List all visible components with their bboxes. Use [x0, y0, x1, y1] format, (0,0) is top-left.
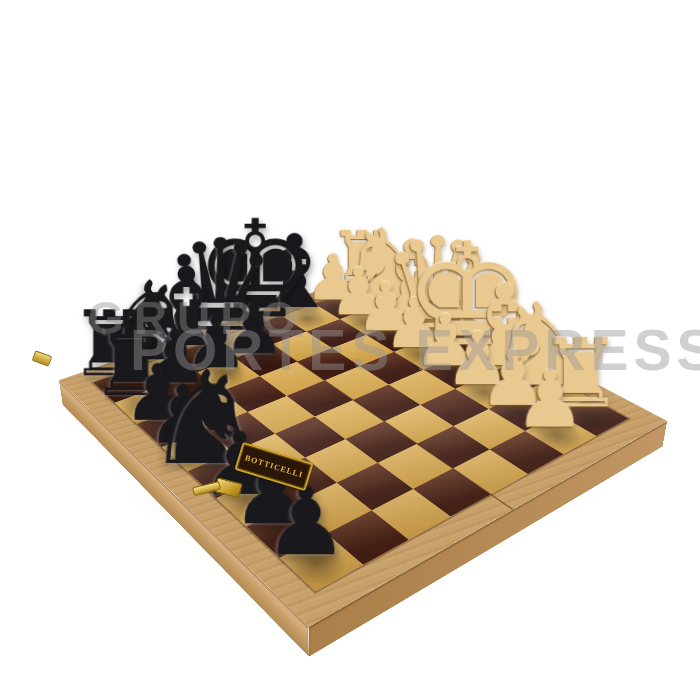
square-r7c7: ♟: [280, 533, 364, 591]
chess-board: ♜♞♝♛♚♝♞♜♟♟♟♟♟♟♟♟♝♚♛♟♝♟♞♟♜♜♟♟♞♟♟♟: [59, 270, 667, 627]
board-grid: ♜♞♝♛♚♝♞♜♟♟♟♟♟♟♟♟♝♚♛♟♝♟♞♟♜♜♟♟♞♟♟♟: [93, 282, 628, 591]
piece-white-pawn: ♟: [433, 360, 667, 439]
chess-scene: ♜♞♝♛♚♝♞♜♟♟♟♟♟♟♟♟♝♚♛♟♝♟♞♟♜♜♟♟♞♟♟♟: [137, 184, 569, 616]
